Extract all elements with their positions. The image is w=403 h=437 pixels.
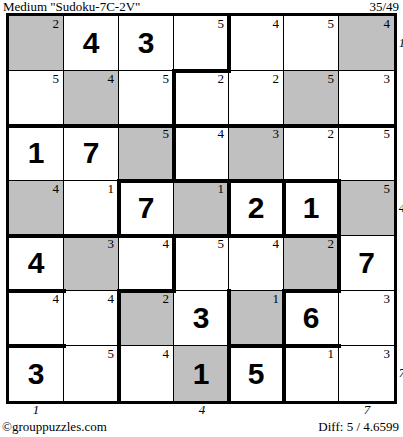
cell-r7c6[interactable]: 1 [284,346,339,401]
cell-r3c4[interactable]: 4 [174,126,229,181]
region-border-segment [282,179,286,238]
region-border-segment [117,289,176,293]
clue-digit: 1 [108,181,115,196]
clue-digit: 4 [163,236,170,251]
given-digit: 7 [64,126,118,180]
puzzle-title: Medium "Sudoku-7C-2V" [3,0,140,14]
clue-digit: 5 [218,236,225,251]
clue-digit: 4 [218,126,225,141]
row-label-1: 1 [396,36,403,50]
sudoku-board: 2435454545225317543254171215434542744231… [6,13,397,404]
cell-r6c5[interactable]: 1 [229,291,284,346]
cell-r3c1[interactable]: 1 [9,126,64,181]
cell-r6c3[interactable]: 2 [119,291,174,346]
clue-digit: 4 [108,71,115,86]
region-border-segment [117,124,176,128]
clue-digit: 2 [328,236,335,251]
puzzle-page: { "game": "7x7 jigsaw sudoku with two V-… [0,0,403,437]
cell-r7c1[interactable]: 3 [9,346,64,401]
cell-r6c4[interactable]: 3 [174,291,229,346]
region-border-segment [227,179,286,183]
region-border-segment [172,234,231,238]
cell-r3c6[interactable]: 2 [284,126,339,181]
cell-r3c7[interactable]: 5 [339,126,394,181]
region-border-segment [7,234,66,238]
given-digit: 5 [229,346,283,401]
progress-counter: 35/49 [369,0,399,14]
cell-r3c3[interactable]: 5 [119,126,174,181]
cell-r5c3[interactable]: 4 [119,236,174,291]
clue-digit: 5 [163,126,170,141]
cell-r2c7[interactable]: 3 [339,71,394,126]
cell-r3c5[interactable]: 3 [229,126,284,181]
cell-r4c6[interactable]: 1 [284,181,339,236]
clue-digit: 4 [273,16,280,31]
cell-r2c5[interactable]: 2 [229,71,284,126]
clue-digit: 5 [108,346,115,361]
region-border-segment [282,124,341,128]
region-border-segment [7,289,66,293]
cell-r1c6[interactable]: 5 [284,16,339,71]
region-border-segment [227,124,286,128]
clue-digit: 5 [328,16,335,31]
cell-r1c3[interactable]: 3 [119,16,174,71]
cell-r1c4[interactable]: 5 [174,16,229,71]
clue-digit: 5 [218,16,225,31]
clue-digit: 4 [53,181,60,196]
region-border-segment [227,289,231,348]
cell-r2c1[interactable]: 5 [9,71,64,126]
clue-digit: 4 [163,346,170,361]
difficulty-text: Diff: 5 / 4.6599 [318,420,399,434]
cell-r1c7[interactable]: 4 [339,16,394,71]
cell-r4c7[interactable]: 5 [339,181,394,236]
cell-r7c3[interactable]: 4 [119,346,174,401]
region-border-segment [282,344,341,348]
clue-digit: 2 [273,71,280,86]
clue-digit: 3 [273,126,280,141]
region-border-segment [227,14,231,73]
cell-r5c7[interactable]: 7 [339,236,394,291]
clue-digit: 3 [384,346,391,361]
region-border-segment [227,179,231,238]
cell-r3c2[interactable]: 7 [64,126,119,181]
cell-r2c2[interactable]: 4 [64,71,119,126]
given-digit: 1 [284,181,338,235]
cell-r4c2[interactable]: 1 [64,181,119,236]
region-border-segment [117,179,121,238]
region-border-segment [227,344,286,348]
given-digit: 1 [174,346,228,401]
region-border-segment [62,124,121,128]
region-border-segment [7,124,66,128]
clue-digit: 3 [384,71,391,86]
clue-digit: 2 [163,291,170,306]
given-digit: 7 [119,181,173,235]
cell-r6c6[interactable]: 6 [284,291,339,346]
cell-r4c1[interactable]: 4 [9,181,64,236]
region-border-segment [227,234,286,238]
clue-digit: 2 [53,16,60,31]
cell-r4c4[interactable]: 1 [174,181,229,236]
region-border-segment [282,289,286,348]
given-digit: 4 [9,236,63,290]
region-border-segment [282,289,341,293]
clue-digit: 4 [384,16,391,31]
cell-r7c4[interactable]: 1 [174,346,229,401]
col-label-7: 7 [361,403,373,417]
region-border-segment [337,234,341,293]
given-digit: 7 [339,236,394,290]
cell-r2c4[interactable]: 2 [174,71,229,126]
region-border-segment [282,344,286,403]
region-border-segment [7,344,66,348]
region-border-segment [337,179,341,238]
cell-r7c5[interactable]: 5 [229,346,284,401]
region-border-segment [172,179,231,183]
region-border-segment [117,179,176,183]
region-border-segment [172,234,176,293]
footer: ©grouppuzzles.com Diff: 5 / 4.6599 [2,420,399,434]
cell-r5c1[interactable]: 4 [9,236,64,291]
cell-r1c5[interactable]: 4 [229,16,284,71]
region-border-segment [117,234,176,238]
cell-r6c7[interactable]: 3 [339,291,394,346]
clue-digit: 1 [273,291,280,306]
region-border-segment [282,179,341,183]
region-border-segment [172,124,176,183]
region-border-segment [117,344,121,403]
cell-r6c2[interactable]: 4 [64,291,119,346]
given-digit: 2 [229,181,283,235]
clue-digit: 5 [384,126,391,141]
clue-digit: 5 [53,71,60,86]
clue-digit: 5 [384,181,391,196]
cell-r4c5[interactable]: 2 [229,181,284,236]
cell-r5c2[interactable]: 3 [64,236,119,291]
clue-digit: 4 [273,236,280,251]
given-digit: 3 [174,291,228,345]
cell-r1c2[interactable]: 4 [64,16,119,71]
given-digit: 6 [284,291,338,345]
given-digit: 1 [9,126,63,180]
region-border-segment [117,289,121,348]
region-border-segment [282,234,341,238]
row-label-7: 7 [396,366,403,380]
cell-r2c3[interactable]: 5 [119,71,174,126]
cell-r5c6[interactable]: 2 [284,236,339,291]
clue-digit: 5 [328,71,335,86]
cell-r4c3[interactable]: 7 [119,181,174,236]
row-label-4: 4 [396,201,403,215]
region-border-segment [172,69,176,128]
cell-r1c1[interactable]: 2 [9,16,64,71]
region-border-segment [227,344,231,403]
clue-digit: 1 [218,181,225,196]
clue-digit: 2 [218,71,225,86]
region-border-segment [172,124,231,128]
clue-digit: 2 [328,126,335,141]
clue-digit: 5 [163,71,170,86]
given-digit: 4 [64,16,118,70]
cell-r5c4[interactable]: 5 [174,236,229,291]
region-border-segment [172,69,231,73]
region-border-segment [337,124,396,128]
col-label-1: 1 [30,403,42,417]
clue-digit: 4 [108,291,115,306]
given-digit: 3 [119,16,173,70]
clue-digit: 3 [384,291,391,306]
copyright-text: ©grouppuzzles.com [2,420,107,434]
cell-r5c5[interactable]: 4 [229,236,284,291]
clue-digit: 4 [53,291,60,306]
given-digit: 3 [9,346,63,401]
clue-digit: 3 [108,236,115,251]
col-label-4: 4 [196,403,208,417]
cell-r2c6[interactable]: 5 [284,71,339,126]
cell-r7c7[interactable]: 3 [339,346,394,401]
cell-r6c1[interactable]: 4 [9,291,64,346]
region-border-segment [62,234,121,238]
header: Medium "Sudoku-7C-2V" 35/49 [3,0,399,14]
clue-digit: 1 [328,346,335,361]
cell-r7c2[interactable]: 5 [64,346,119,401]
